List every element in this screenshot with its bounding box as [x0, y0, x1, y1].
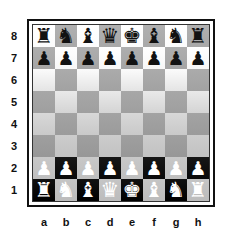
piece-black-pawn-a7[interactable]: ♟	[35, 47, 52, 69]
rank-label-4: 4	[3, 113, 25, 135]
square-g6[interactable]	[165, 69, 187, 91]
piece-white-rook-h1[interactable]: ♜	[189, 179, 208, 201]
piece-black-pawn-e7[interactable]: ♟	[123, 47, 140, 69]
square-f1[interactable]: ♝	[143, 179, 165, 201]
square-c7[interactable]: ♟	[77, 47, 99, 69]
piece-white-pawn-b2[interactable]: ♟	[57, 157, 74, 179]
piece-black-king-e8[interactable]: ♚	[123, 25, 142, 47]
piece-black-bishop-c8[interactable]: ♝	[79, 25, 98, 47]
chess-diagram: 87654321 ♜♞♝♛♚♝♞♜♟♟♟♟♟♟♟♟♟♟♟♟♟♟♟♟♜♞♝♛♚♝♞…	[0, 0, 237, 240]
rank-label-2: 2	[3, 157, 25, 179]
square-e8[interactable]: ♚	[121, 25, 143, 47]
square-f2[interactable]: ♟	[143, 157, 165, 179]
square-g2[interactable]: ♟	[165, 157, 187, 179]
rank-label-6: 6	[3, 69, 25, 91]
piece-white-queen-d1[interactable]: ♛	[101, 179, 120, 201]
piece-white-rook-a1[interactable]: ♜	[35, 179, 54, 201]
square-g8[interactable]: ♞	[165, 25, 187, 47]
piece-white-pawn-f2[interactable]: ♟	[145, 157, 162, 179]
piece-white-pawn-g2[interactable]: ♟	[167, 157, 184, 179]
square-b1[interactable]: ♞	[55, 179, 77, 201]
square-f3[interactable]	[143, 135, 165, 157]
square-c8[interactable]: ♝	[77, 25, 99, 47]
file-label-a: a	[33, 213, 55, 231]
square-b7[interactable]: ♟	[55, 47, 77, 69]
square-b6[interactable]	[55, 69, 77, 91]
file-label-e: e	[121, 213, 143, 231]
square-b8[interactable]: ♞	[55, 25, 77, 47]
piece-black-pawn-f7[interactable]: ♟	[145, 47, 162, 69]
square-h3[interactable]	[187, 135, 209, 157]
square-b4[interactable]	[55, 113, 77, 135]
file-label-c: c	[77, 213, 99, 231]
piece-black-rook-a8[interactable]: ♜	[35, 25, 54, 47]
piece-black-pawn-h7[interactable]: ♟	[189, 47, 206, 69]
square-h7[interactable]: ♟	[187, 47, 209, 69]
piece-white-pawn-d2[interactable]: ♟	[101, 157, 118, 179]
square-e7[interactable]: ♟	[121, 47, 143, 69]
square-h5[interactable]	[187, 91, 209, 113]
square-c3[interactable]	[77, 135, 99, 157]
square-c1[interactable]: ♝	[77, 179, 99, 201]
square-h2[interactable]: ♟	[187, 157, 209, 179]
square-c4[interactable]	[77, 113, 99, 135]
square-a4[interactable]	[33, 113, 55, 135]
square-f5[interactable]	[143, 91, 165, 113]
square-c2[interactable]: ♟	[77, 157, 99, 179]
square-g3[interactable]	[165, 135, 187, 157]
square-e1[interactable]: ♚	[121, 179, 143, 201]
piece-white-pawn-e2[interactable]: ♟	[123, 157, 140, 179]
square-a8[interactable]: ♜	[33, 25, 55, 47]
piece-white-bishop-c1[interactable]: ♝	[79, 179, 98, 201]
square-a7[interactable]: ♟	[33, 47, 55, 69]
square-h6[interactable]	[187, 69, 209, 91]
square-d6[interactable]	[99, 69, 121, 91]
rank-label-1: 1	[3, 179, 25, 201]
square-g5[interactable]	[165, 91, 187, 113]
square-d7[interactable]: ♟	[99, 47, 121, 69]
square-d8[interactable]: ♛	[99, 25, 121, 47]
file-labels: abcdefgh	[33, 213, 209, 231]
piece-black-knight-g8[interactable]: ♞	[167, 25, 186, 47]
square-e3[interactable]	[121, 135, 143, 157]
rank-label-7: 7	[3, 47, 25, 69]
square-a1[interactable]: ♜	[33, 179, 55, 201]
piece-black-pawn-g7[interactable]: ♟	[167, 47, 184, 69]
square-d2[interactable]: ♟	[99, 157, 121, 179]
piece-black-pawn-b7[interactable]: ♟	[57, 47, 74, 69]
rank-label-3: 3	[3, 135, 25, 157]
chess-board: ♜♞♝♛♚♝♞♜♟♟♟♟♟♟♟♟♟♟♟♟♟♟♟♟♜♞♝♛♚♝♞♜	[32, 24, 210, 202]
file-label-d: d	[99, 213, 121, 231]
square-a5[interactable]	[33, 91, 55, 113]
square-d5[interactable]	[99, 91, 121, 113]
square-a2[interactable]: ♟	[33, 157, 55, 179]
piece-white-knight-b1[interactable]: ♞	[57, 179, 76, 201]
square-e4[interactable]	[121, 113, 143, 135]
piece-white-knight-g1[interactable]: ♞	[167, 179, 186, 201]
square-g1[interactable]: ♞	[165, 179, 187, 201]
piece-white-pawn-c2[interactable]: ♟	[79, 157, 96, 179]
square-c6[interactable]	[77, 69, 99, 91]
piece-black-bishop-f8[interactable]: ♝	[145, 25, 164, 47]
chess-board-frame: ♜♞♝♛♚♝♞♜♟♟♟♟♟♟♟♟♟♟♟♟♟♟♟♟♜♞♝♛♚♝♞♜	[27, 19, 215, 207]
piece-white-bishop-f1[interactable]: ♝	[145, 179, 164, 201]
square-f7[interactable]: ♟	[143, 47, 165, 69]
square-h4[interactable]	[187, 113, 209, 135]
square-g7[interactable]: ♟	[165, 47, 187, 69]
piece-black-pawn-c7[interactable]: ♟	[79, 47, 96, 69]
file-label-f: f	[143, 213, 165, 231]
rank-labels: 87654321	[3, 25, 25, 201]
piece-black-knight-b8[interactable]: ♞	[57, 25, 76, 47]
square-a3[interactable]	[33, 135, 55, 157]
piece-black-pawn-d7[interactable]: ♟	[101, 47, 118, 69]
file-label-h: h	[187, 213, 209, 231]
file-label-b: b	[55, 213, 77, 231]
square-b5[interactable]	[55, 91, 77, 113]
file-label-g: g	[165, 213, 187, 231]
square-c5[interactable]	[77, 91, 99, 113]
square-d1[interactable]: ♛	[99, 179, 121, 201]
square-f8[interactable]: ♝	[143, 25, 165, 47]
piece-white-pawn-a2[interactable]: ♟	[35, 157, 52, 179]
piece-black-queen-d8[interactable]: ♛	[101, 25, 120, 47]
square-e2[interactable]: ♟	[121, 157, 143, 179]
rank-label-5: 5	[3, 91, 25, 113]
square-e6[interactable]	[121, 69, 143, 91]
square-b2[interactable]: ♟	[55, 157, 77, 179]
square-f6[interactable]	[143, 69, 165, 91]
square-h8[interactable]: ♜	[187, 25, 209, 47]
piece-black-rook-h8[interactable]: ♜	[189, 25, 208, 47]
rank-label-8: 8	[3, 25, 25, 47]
square-e5[interactable]	[121, 91, 143, 113]
square-f4[interactable]	[143, 113, 165, 135]
piece-white-pawn-h2[interactable]: ♟	[189, 157, 206, 179]
piece-white-king-e1[interactable]: ♚	[123, 179, 142, 201]
square-b3[interactable]	[55, 135, 77, 157]
square-a6[interactable]	[33, 69, 55, 91]
square-g4[interactable]	[165, 113, 187, 135]
square-d3[interactable]	[99, 135, 121, 157]
square-d4[interactable]	[99, 113, 121, 135]
square-h1[interactable]: ♜	[187, 179, 209, 201]
